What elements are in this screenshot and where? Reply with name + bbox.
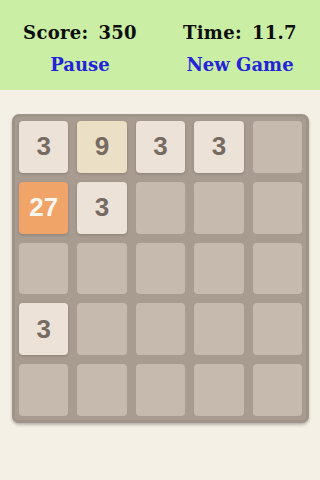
- tile-27: 27: [19, 182, 68, 234]
- time-display: Time:11.7: [160, 23, 320, 43]
- empty-cell: [77, 364, 126, 416]
- empty-cell: [194, 182, 243, 234]
- buttons-row: Pause New Game: [0, 55, 320, 75]
- score-display: Score:350: [0, 23, 160, 43]
- tile-3: 3: [136, 121, 185, 173]
- empty-cell: [253, 303, 302, 355]
- empty-cell: [136, 243, 185, 295]
- tile-9: 9: [77, 121, 126, 173]
- tile-3: 3: [194, 121, 243, 173]
- empty-cell: [253, 121, 302, 173]
- empty-cell: [136, 182, 185, 234]
- empty-cell: [136, 303, 185, 355]
- empty-cell: [253, 364, 302, 416]
- new-game-button[interactable]: New Game: [160, 55, 320, 75]
- score-value: 350: [98, 22, 136, 43]
- app-root: Score:350 Time:11.7 Pause New Game 39332…: [0, 0, 320, 480]
- time-label: Time:: [183, 22, 242, 43]
- empty-cell: [19, 243, 68, 295]
- empty-cell: [77, 243, 126, 295]
- score-label: Score:: [23, 22, 88, 43]
- tile-3: 3: [19, 121, 68, 173]
- empty-cell: [194, 364, 243, 416]
- time-value: 11.7: [252, 22, 297, 43]
- pause-button[interactable]: Pause: [0, 55, 160, 75]
- empty-cell: [194, 303, 243, 355]
- empty-cell: [253, 243, 302, 295]
- empty-cell: [253, 182, 302, 234]
- header-bar: Score:350 Time:11.7 Pause New Game: [0, 0, 320, 90]
- tile-3: 3: [77, 182, 126, 234]
- tile-3: 3: [19, 303, 68, 355]
- empty-cell: [194, 243, 243, 295]
- empty-cell: [136, 364, 185, 416]
- game-board[interactable]: 39332733: [12, 114, 309, 423]
- empty-cell: [19, 364, 68, 416]
- empty-cell: [77, 303, 126, 355]
- stats-row: Score:350 Time:11.7: [0, 0, 320, 43]
